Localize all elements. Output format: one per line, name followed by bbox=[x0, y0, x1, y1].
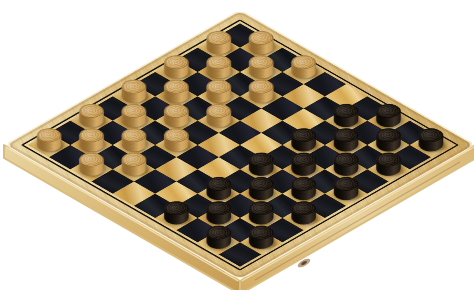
photo-stage bbox=[0, 0, 474, 290]
